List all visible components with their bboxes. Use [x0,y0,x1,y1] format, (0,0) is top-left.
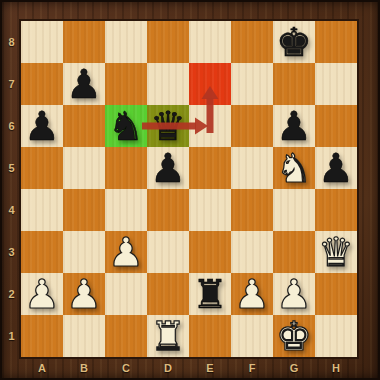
square-b2[interactable]: ♟ [63,273,105,315]
square-e4[interactable] [189,189,231,231]
square-f7[interactable] [231,63,273,105]
square-g8[interactable]: ♚ [273,21,315,63]
square-h1[interactable] [315,315,357,357]
highlight-red-target [189,63,231,105]
square-d2[interactable] [147,273,189,315]
square-c8[interactable] [105,21,147,63]
square-a4[interactable] [21,189,63,231]
square-c5[interactable] [105,147,147,189]
square-f8[interactable] [231,21,273,63]
piece-black-rook[interactable]: ♜ [189,273,231,315]
square-c6[interactable]: ♞ [105,105,147,147]
square-a2[interactable]: ♟ [21,273,63,315]
square-e3[interactable] [189,231,231,273]
file-label-d: D [147,357,189,378]
piece-white-pawn[interactable]: ♟ [231,273,273,315]
square-b7[interactable]: ♟ [63,63,105,105]
piece-white-pawn[interactable]: ♟ [63,273,105,315]
rank-label-1: 1 [2,315,21,357]
piece-white-pawn[interactable]: ♟ [105,231,147,273]
piece-white-rook[interactable]: ♜ [147,315,189,357]
piece-white-knight[interactable]: ♞ [273,147,315,189]
square-a6[interactable]: ♟ [21,105,63,147]
rank-labels: 87654321 [2,21,21,357]
square-b4[interactable] [63,189,105,231]
square-e7[interactable] [189,63,231,105]
rank-label-2: 2 [2,273,21,315]
rank-label-5: 5 [2,147,21,189]
square-g3[interactable] [273,231,315,273]
square-f5[interactable] [231,147,273,189]
square-h8[interactable] [315,21,357,63]
square-f1[interactable] [231,315,273,357]
chess-board-frame: 87654321 ABCDEFGH ♚♟♟♞♛♟♟♞♟♟♛♟♟♜♟♟♜♚ [0,0,380,380]
file-label-b: B [63,357,105,378]
square-b8[interactable] [63,21,105,63]
square-d5[interactable]: ♟ [147,147,189,189]
file-label-h: H [315,357,357,378]
rank-label-3: 3 [2,231,21,273]
piece-black-pawn[interactable]: ♟ [147,147,189,189]
square-c1[interactable] [105,315,147,357]
square-b1[interactable] [63,315,105,357]
file-labels: ABCDEFGH [21,357,357,378]
piece-white-pawn[interactable]: ♟ [21,273,63,315]
piece-white-pawn[interactable]: ♟ [273,273,315,315]
piece-white-king[interactable]: ♚ [273,315,315,357]
square-h4[interactable] [315,189,357,231]
piece-black-pawn[interactable]: ♟ [21,105,63,147]
square-a8[interactable] [21,21,63,63]
piece-black-pawn[interactable]: ♟ [63,63,105,105]
file-label-a: A [21,357,63,378]
piece-white-queen[interactable]: ♛ [315,231,357,273]
rank-label-7: 7 [2,63,21,105]
square-a7[interactable] [21,63,63,105]
square-b6[interactable] [63,105,105,147]
square-f4[interactable] [231,189,273,231]
square-e6[interactable] [189,105,231,147]
square-h5[interactable]: ♟ [315,147,357,189]
square-c7[interactable] [105,63,147,105]
piece-black-king[interactable]: ♚ [273,21,315,63]
chess-board: ♚♟♟♞♛♟♟♞♟♟♛♟♟♜♟♟♜♚ [21,21,357,357]
square-h3[interactable]: ♛ [315,231,357,273]
file-label-c: C [105,357,147,378]
square-e2[interactable]: ♜ [189,273,231,315]
file-label-f: F [231,357,273,378]
square-e1[interactable] [189,315,231,357]
square-g5[interactable]: ♞ [273,147,315,189]
square-c3[interactable]: ♟ [105,231,147,273]
rank-label-8: 8 [2,21,21,63]
piece-black-pawn[interactable]: ♟ [315,147,357,189]
square-f6[interactable] [231,105,273,147]
square-h6[interactable] [315,105,357,147]
file-label-e: E [189,357,231,378]
square-g4[interactable] [273,189,315,231]
square-g6[interactable]: ♟ [273,105,315,147]
square-c4[interactable] [105,189,147,231]
rank-label-4: 4 [2,189,21,231]
square-a3[interactable] [21,231,63,273]
square-a5[interactable] [21,147,63,189]
square-d3[interactable] [147,231,189,273]
square-e8[interactable] [189,21,231,63]
square-h7[interactable] [315,63,357,105]
square-a1[interactable] [21,315,63,357]
square-g1[interactable]: ♚ [273,315,315,357]
square-g7[interactable] [273,63,315,105]
square-c2[interactable] [105,273,147,315]
square-e5[interactable] [189,147,231,189]
square-g2[interactable]: ♟ [273,273,315,315]
square-b3[interactable] [63,231,105,273]
square-d4[interactable] [147,189,189,231]
square-b5[interactable] [63,147,105,189]
piece-black-queen[interactable]: ♛ [147,105,189,147]
piece-black-knight[interactable]: ♞ [105,105,147,147]
square-f2[interactable]: ♟ [231,273,273,315]
rank-label-6: 6 [2,105,21,147]
square-d1[interactable]: ♜ [147,315,189,357]
piece-black-pawn[interactable]: ♟ [273,105,315,147]
file-label-g: G [273,357,315,378]
square-d6[interactable]: ♛ [147,105,189,147]
square-f3[interactable] [231,231,273,273]
square-h2[interactable] [315,273,357,315]
square-d7[interactable] [147,63,189,105]
square-d8[interactable] [147,21,189,63]
